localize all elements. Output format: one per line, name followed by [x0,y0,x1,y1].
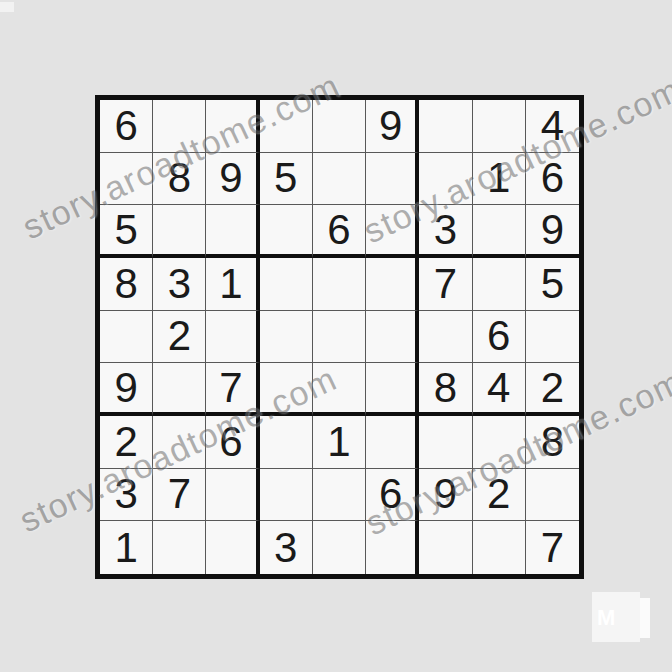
cell-r2c3: 9 [206,153,259,206]
cell-r9c8 [473,521,526,574]
cell-r4c4 [260,258,313,311]
stock-logo: M [592,592,640,642]
stock-logo-glyph: M [597,605,616,631]
stock-logo-bar [640,598,650,638]
cell-r6c4 [260,363,313,416]
cell-r4c7: 7 [419,258,472,311]
cell-r2c9: 6 [526,153,579,206]
sudoku-board: 694895165639831752697842261837692137 [95,95,584,579]
cell-r6c1: 9 [100,363,153,416]
cell-r4c5 [313,258,366,311]
cell-r9c1: 1 [100,521,153,574]
cell-r9c7 [419,521,472,574]
cell-r6c8: 4 [473,363,526,416]
cell-r1c6: 9 [366,100,419,153]
cell-r6c3: 7 [206,363,259,416]
cell-r7c5: 1 [313,416,366,469]
cell-r6c9: 2 [526,363,579,416]
cell-r8c4 [260,469,313,522]
cell-r4c1: 8 [100,258,153,311]
cell-r7c2 [153,416,206,469]
cell-r8c5 [313,469,366,522]
cell-r8c7: 9 [419,469,472,522]
cell-r2c6 [366,153,419,206]
cell-r6c6 [366,363,419,416]
cell-r4c3: 1 [206,258,259,311]
cell-r1c7 [419,100,472,153]
cell-r3c1: 5 [100,205,153,258]
cell-r2c4: 5 [260,153,313,206]
cell-r4c9: 5 [526,258,579,311]
cell-r3c4 [260,205,313,258]
cell-r2c5 [313,153,366,206]
cell-r7c9: 8 [526,416,579,469]
cell-r5c4 [260,311,313,364]
cell-r7c4 [260,416,313,469]
cell-r2c8: 1 [473,153,526,206]
cell-r5c5 [313,311,366,364]
cell-r3c2 [153,205,206,258]
cell-r9c5 [313,521,366,574]
cell-r5c8: 6 [473,311,526,364]
cell-r5c7 [419,311,472,364]
cell-r4c6 [366,258,419,311]
cell-r4c2: 3 [153,258,206,311]
cell-r1c2 [153,100,206,153]
cell-r8c3 [206,469,259,522]
cell-r9c3 [206,521,259,574]
cell-r1c9: 4 [526,100,579,153]
cell-r9c9: 7 [526,521,579,574]
cell-r6c2 [153,363,206,416]
cell-r3c7: 3 [419,205,472,258]
cell-r5c3 [206,311,259,364]
cell-r5c9 [526,311,579,364]
cell-r1c1: 6 [100,100,153,153]
cell-r2c1 [100,153,153,206]
cell-r7c3: 6 [206,416,259,469]
cell-r8c1: 3 [100,469,153,522]
cell-r9c2 [153,521,206,574]
cell-r5c6 [366,311,419,364]
cell-r1c3 [206,100,259,153]
cell-r3c9: 9 [526,205,579,258]
cell-r1c5 [313,100,366,153]
cell-r3c8 [473,205,526,258]
scan-artifact [0,2,14,12]
cell-r8c9 [526,469,579,522]
cell-r7c1: 2 [100,416,153,469]
cell-r5c2: 2 [153,311,206,364]
cell-r9c6 [366,521,419,574]
cell-r7c6 [366,416,419,469]
cell-r8c6: 6 [366,469,419,522]
cell-r8c8: 2 [473,469,526,522]
cell-r4c8 [473,258,526,311]
cell-r2c7 [419,153,472,206]
cell-r5c1 [100,311,153,364]
cell-r6c5 [313,363,366,416]
cell-r9c4: 3 [260,521,313,574]
cell-r3c6 [366,205,419,258]
cell-r7c7 [419,416,472,469]
cell-r8c2: 7 [153,469,206,522]
cell-r6c7: 8 [419,363,472,416]
cell-r2c2: 8 [153,153,206,206]
cell-r3c5: 6 [313,205,366,258]
cell-r3c3 [206,205,259,258]
cell-r1c8 [473,100,526,153]
cell-r7c8 [473,416,526,469]
cell-r1c4 [260,100,313,153]
page: 694895165639831752697842261837692137 sto… [0,0,672,672]
